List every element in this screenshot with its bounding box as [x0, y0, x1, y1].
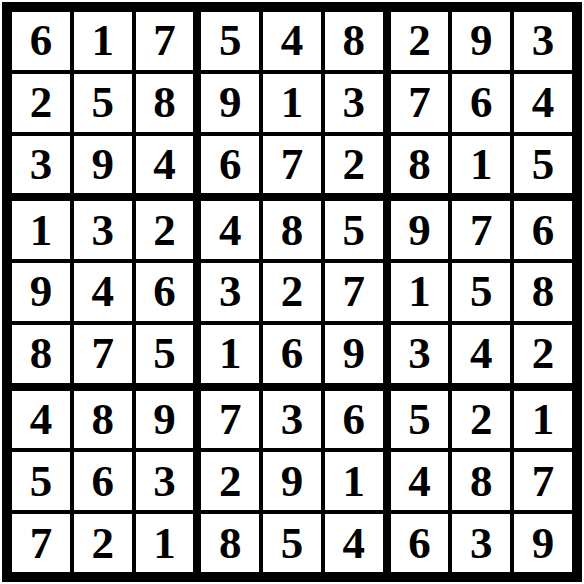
sudoku-cell-r7c3[interactable]: 9 [136, 391, 194, 449]
sudoku-cell-r3c7[interactable]: 8 [391, 136, 449, 194]
sudoku-cell-r4c6[interactable]: 5 [325, 201, 383, 259]
sudoku-cell-r7c1[interactable]: 4 [12, 391, 70, 449]
sudoku-cell-r1c9[interactable]: 3 [514, 12, 572, 70]
sudoku-box-8: 736291854 [201, 391, 382, 572]
sudoku-cell-r8c4[interactable]: 2 [201, 452, 259, 510]
sudoku-cell-r4c5[interactable]: 8 [263, 201, 321, 259]
sudoku-cell-r2c3[interactable]: 8 [136, 74, 194, 132]
sudoku-cell-r4c2[interactable]: 3 [74, 201, 132, 259]
sudoku-cell-r5c3[interactable]: 6 [136, 263, 194, 321]
sudoku-cell-r9c7[interactable]: 6 [391, 514, 449, 572]
sudoku-cell-r1c7[interactable]: 2 [391, 12, 449, 70]
sudoku-cell-r1c5[interactable]: 4 [263, 12, 321, 70]
sudoku-cell-r3c1[interactable]: 3 [12, 136, 70, 194]
sudoku-cell-r4c9[interactable]: 6 [514, 201, 572, 259]
sudoku-cell-r5c5[interactable]: 2 [263, 263, 321, 321]
sudoku-cell-r7c8[interactable]: 2 [452, 391, 510, 449]
sudoku-cell-r3c2[interactable]: 9 [74, 136, 132, 194]
sudoku-cell-r9c5[interactable]: 5 [263, 514, 321, 572]
sudoku-cell-r8c2[interactable]: 6 [74, 452, 132, 510]
sudoku-cell-r4c3[interactable]: 2 [136, 201, 194, 259]
sudoku-box-3: 293764815 [391, 12, 572, 193]
sudoku-cell-r2c5[interactable]: 1 [263, 74, 321, 132]
sudoku-cell-r3c4[interactable]: 6 [201, 136, 259, 194]
sudoku-cell-r6c4[interactable]: 1 [201, 325, 259, 383]
sudoku-box-6: 976158342 [391, 201, 572, 382]
sudoku-cell-r6c6[interactable]: 9 [325, 325, 383, 383]
sudoku-cell-r6c2[interactable]: 7 [74, 325, 132, 383]
sudoku-cell-r8c5[interactable]: 9 [263, 452, 321, 510]
sudoku-cell-r8c1[interactable]: 5 [12, 452, 70, 510]
sudoku-cell-r8c9[interactable]: 7 [514, 452, 572, 510]
sudoku-cell-r8c6[interactable]: 1 [325, 452, 383, 510]
sudoku-cell-r8c8[interactable]: 8 [452, 452, 510, 510]
sudoku-cell-r7c2[interactable]: 8 [74, 391, 132, 449]
sudoku-cell-r3c6[interactable]: 2 [325, 136, 383, 194]
sudoku-cell-r5c9[interactable]: 8 [514, 263, 572, 321]
sudoku-cell-r9c3[interactable]: 1 [136, 514, 194, 572]
sudoku-cell-r2c2[interactable]: 5 [74, 74, 132, 132]
sudoku-cell-r5c1[interactable]: 9 [12, 263, 70, 321]
sudoku-cell-r5c4[interactable]: 3 [201, 263, 259, 321]
sudoku-cell-r6c5[interactable]: 6 [263, 325, 321, 383]
sudoku-cell-r6c8[interactable]: 4 [452, 325, 510, 383]
sudoku-cell-r7c4[interactable]: 7 [201, 391, 259, 449]
sudoku-box-7: 489563721 [12, 391, 193, 572]
sudoku-cell-r7c7[interactable]: 5 [391, 391, 449, 449]
sudoku-cell-r9c1[interactable]: 7 [12, 514, 70, 572]
sudoku-grid: 6172583945489136722937648151329468754853… [2, 2, 582, 582]
sudoku-cell-r5c8[interactable]: 5 [452, 263, 510, 321]
sudoku-cell-r6c3[interactable]: 5 [136, 325, 194, 383]
sudoku-cell-r3c8[interactable]: 1 [452, 136, 510, 194]
sudoku-cell-r8c3[interactable]: 3 [136, 452, 194, 510]
sudoku-box-9: 521487639 [391, 391, 572, 572]
sudoku-cell-r1c3[interactable]: 7 [136, 12, 194, 70]
sudoku-cell-r7c9[interactable]: 1 [514, 391, 572, 449]
sudoku-cell-r9c6[interactable]: 4 [325, 514, 383, 572]
sudoku-cell-r1c4[interactable]: 5 [201, 12, 259, 70]
sudoku-box-4: 132946875 [12, 201, 193, 382]
sudoku-cell-r4c8[interactable]: 7 [452, 201, 510, 259]
sudoku-cell-r2c1[interactable]: 2 [12, 74, 70, 132]
sudoku-cell-r2c9[interactable]: 4 [514, 74, 572, 132]
sudoku-cell-r9c4[interactable]: 8 [201, 514, 259, 572]
sudoku-cell-r2c6[interactable]: 3 [325, 74, 383, 132]
sudoku-cell-r5c7[interactable]: 1 [391, 263, 449, 321]
sudoku-cell-r6c7[interactable]: 3 [391, 325, 449, 383]
sudoku-cell-r6c1[interactable]: 8 [12, 325, 70, 383]
sudoku-cell-r9c2[interactable]: 2 [74, 514, 132, 572]
sudoku-cell-r8c7[interactable]: 4 [391, 452, 449, 510]
sudoku-cell-r3c9[interactable]: 5 [514, 136, 572, 194]
sudoku-box-5: 485327169 [201, 201, 382, 382]
sudoku-cell-r1c2[interactable]: 1 [74, 12, 132, 70]
sudoku-cell-r1c8[interactable]: 9 [452, 12, 510, 70]
sudoku-cell-r7c5[interactable]: 3 [263, 391, 321, 449]
sudoku-cell-r2c8[interactable]: 6 [452, 74, 510, 132]
sudoku-cell-r3c5[interactable]: 7 [263, 136, 321, 194]
sudoku-cell-r1c6[interactable]: 8 [325, 12, 383, 70]
sudoku-board: 6172583945489136722937648151329468754853… [0, 0, 584, 584]
sudoku-cell-r9c8[interactable]: 3 [452, 514, 510, 572]
sudoku-cell-r4c7[interactable]: 9 [391, 201, 449, 259]
sudoku-cell-r5c6[interactable]: 7 [325, 263, 383, 321]
sudoku-box-1: 617258394 [12, 12, 193, 193]
sudoku-box-2: 548913672 [201, 12, 382, 193]
sudoku-cell-r7c6[interactable]: 6 [325, 391, 383, 449]
sudoku-cell-r4c4[interactable]: 4 [201, 201, 259, 259]
sudoku-cell-r4c1[interactable]: 1 [12, 201, 70, 259]
sudoku-cell-r9c9[interactable]: 9 [514, 514, 572, 572]
sudoku-cell-r5c2[interactable]: 4 [74, 263, 132, 321]
sudoku-cell-r3c3[interactable]: 4 [136, 136, 194, 194]
sudoku-cell-r2c4[interactable]: 9 [201, 74, 259, 132]
sudoku-cell-r1c1[interactable]: 6 [12, 12, 70, 70]
sudoku-cell-r6c9[interactable]: 2 [514, 325, 572, 383]
sudoku-cell-r2c7[interactable]: 7 [391, 74, 449, 132]
